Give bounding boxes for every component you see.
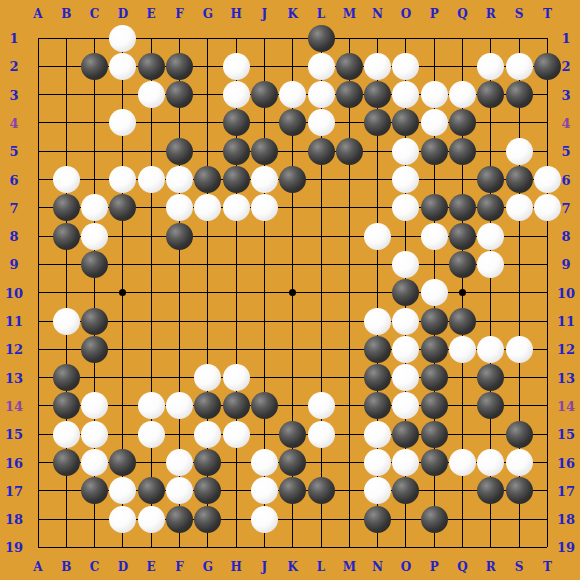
row-label-left-10: 10 <box>5 286 23 299</box>
stone-black-Q8 <box>449 223 476 250</box>
stone-white-G15 <box>194 421 221 448</box>
stone-black-N13 <box>364 364 391 391</box>
col-label-top-H: H <box>230 8 241 20</box>
stone-black-R6 <box>477 166 504 193</box>
col-label-top-O: O <box>401 8 411 20</box>
col-label-bottom-N: N <box>372 561 383 573</box>
stone-white-N8 <box>364 223 391 250</box>
stone-black-F3 <box>166 81 193 108</box>
col-label-top-F: F <box>175 8 184 20</box>
row-label-left-7: 7 <box>9 201 18 214</box>
stone-white-F16 <box>166 449 193 476</box>
stone-black-C2 <box>81 53 108 80</box>
row-label-left-2: 2 <box>9 60 18 73</box>
stone-white-E14 <box>138 392 165 419</box>
col-label-bottom-D: D <box>118 561 128 573</box>
col-label-top-B: B <box>61 8 71 20</box>
stone-white-O12 <box>392 336 419 363</box>
stone-black-G17 <box>194 477 221 504</box>
row-label-left-11: 11 <box>5 315 23 328</box>
col-label-bottom-R: R <box>486 561 496 573</box>
stone-black-M3 <box>336 81 363 108</box>
stone-black-B16 <box>53 449 80 476</box>
stone-white-N15 <box>364 421 391 448</box>
row-label-left-6: 6 <box>9 173 18 186</box>
stone-black-K6 <box>279 166 306 193</box>
stone-white-E3 <box>138 81 165 108</box>
stone-white-S16 <box>506 449 533 476</box>
col-label-bottom-Q: Q <box>457 561 467 573</box>
stone-black-K17 <box>279 477 306 504</box>
stone-white-D4 <box>109 109 136 136</box>
stone-white-S12 <box>506 336 533 363</box>
row-label-right-16: 16 <box>557 456 575 469</box>
stone-white-P10 <box>421 279 448 306</box>
stone-black-K15 <box>279 421 306 448</box>
stone-white-O6 <box>392 166 419 193</box>
stone-black-L5 <box>308 138 335 165</box>
row-label-right-19: 19 <box>557 541 575 554</box>
col-label-bottom-G: G <box>203 561 213 573</box>
stone-white-J18 <box>251 506 278 533</box>
stone-black-R17 <box>477 477 504 504</box>
stone-white-T6 <box>534 166 561 193</box>
stone-black-F18 <box>166 506 193 533</box>
stone-black-S15 <box>506 421 533 448</box>
stone-white-Q3 <box>449 81 476 108</box>
col-label-top-G: G <box>203 8 213 20</box>
stone-black-G6 <box>194 166 221 193</box>
row-label-left-12: 12 <box>5 343 23 356</box>
stone-white-H7 <box>223 194 250 221</box>
stone-white-O9 <box>392 251 419 278</box>
stone-black-B8 <box>53 223 80 250</box>
stone-white-E6 <box>138 166 165 193</box>
stone-white-P3 <box>421 81 448 108</box>
stone-white-S7 <box>506 194 533 221</box>
row-label-left-15: 15 <box>5 428 23 441</box>
stone-white-O7 <box>392 194 419 221</box>
col-label-top-C: C <box>90 8 100 20</box>
row-label-right-2: 2 <box>561 60 570 73</box>
stone-black-P12 <box>421 336 448 363</box>
row-label-left-4: 4 <box>9 116 18 129</box>
stone-black-P14 <box>421 392 448 419</box>
stone-black-O15 <box>392 421 419 448</box>
grid-hline <box>38 377 547 378</box>
row-label-left-3: 3 <box>9 88 18 101</box>
stone-black-D7 <box>109 194 136 221</box>
stone-white-H15 <box>223 421 250 448</box>
stone-black-P13 <box>421 364 448 391</box>
stone-black-S17 <box>506 477 533 504</box>
stone-black-R3 <box>477 81 504 108</box>
stone-white-Q12 <box>449 336 476 363</box>
stone-white-O5 <box>392 138 419 165</box>
stone-white-E15 <box>138 421 165 448</box>
stone-white-D6 <box>109 166 136 193</box>
grid-vline <box>547 38 548 547</box>
stone-black-H4 <box>223 109 250 136</box>
col-label-bottom-E: E <box>147 561 156 573</box>
stone-black-G18 <box>194 506 221 533</box>
stone-white-J16 <box>251 449 278 476</box>
stone-white-O13 <box>392 364 419 391</box>
stone-black-R14 <box>477 392 504 419</box>
stone-black-R7 <box>477 194 504 221</box>
stone-white-S5 <box>506 138 533 165</box>
row-label-right-5: 5 <box>561 145 570 158</box>
stone-black-G14 <box>194 392 221 419</box>
grid-hline <box>38 405 547 406</box>
stone-white-B15 <box>53 421 80 448</box>
stone-black-S3 <box>506 81 533 108</box>
stone-black-H6 <box>223 166 250 193</box>
stone-white-N11 <box>364 308 391 335</box>
stone-black-R13 <box>477 364 504 391</box>
stone-black-H5 <box>223 138 250 165</box>
stone-white-E18 <box>138 506 165 533</box>
stone-white-G13 <box>194 364 221 391</box>
stone-white-K3 <box>279 81 306 108</box>
col-label-bottom-B: B <box>61 561 71 573</box>
stone-black-E17 <box>138 477 165 504</box>
stone-white-R12 <box>477 336 504 363</box>
row-label-right-15: 15 <box>557 428 575 441</box>
row-label-left-8: 8 <box>9 230 18 243</box>
stone-black-C11 <box>81 308 108 335</box>
stone-black-D16 <box>109 449 136 476</box>
star-point-K10 <box>289 289 296 296</box>
col-label-bottom-S: S <box>515 561 524 573</box>
stone-white-N2 <box>364 53 391 80</box>
stone-white-D17 <box>109 477 136 504</box>
stone-white-P4 <box>421 109 448 136</box>
row-label-right-4: 4 <box>561 116 570 129</box>
stone-black-O10 <box>392 279 419 306</box>
col-label-top-P: P <box>430 8 439 20</box>
stone-white-D2 <box>109 53 136 80</box>
star-point-Q10 <box>459 289 466 296</box>
stone-black-Q5 <box>449 138 476 165</box>
row-label-left-14: 14 <box>5 399 23 412</box>
stone-white-O11 <box>392 308 419 335</box>
stone-white-L2 <box>308 53 335 80</box>
stone-black-C17 <box>81 477 108 504</box>
stone-black-F2 <box>166 53 193 80</box>
stone-white-T7 <box>534 194 561 221</box>
stone-white-F6 <box>166 166 193 193</box>
stone-white-B11 <box>53 308 80 335</box>
col-label-top-M: M <box>343 8 356 20</box>
row-label-right-13: 13 <box>557 371 575 384</box>
col-label-bottom-M: M <box>343 561 356 573</box>
stone-black-M2 <box>336 53 363 80</box>
col-label-bottom-P: P <box>430 561 439 573</box>
stone-white-C14 <box>81 392 108 419</box>
stone-white-O2 <box>392 53 419 80</box>
row-label-right-17: 17 <box>557 484 575 497</box>
stone-black-N18 <box>364 506 391 533</box>
col-label-bottom-H: H <box>230 561 241 573</box>
stone-white-R9 <box>477 251 504 278</box>
stone-white-L14 <box>308 392 335 419</box>
row-label-right-9: 9 <box>561 258 570 271</box>
col-label-bottom-J: J <box>262 561 268 573</box>
stone-black-N14 <box>364 392 391 419</box>
go-board-screen: ABCDEFGHJKLMNOPQRST ABCDEFGHJKLMNOPQRST … <box>0 0 580 580</box>
row-label-left-17: 17 <box>5 484 23 497</box>
col-label-bottom-T: T <box>543 561 552 573</box>
stone-black-H14 <box>223 392 250 419</box>
stone-black-Q11 <box>449 308 476 335</box>
row-label-right-12: 12 <box>557 343 575 356</box>
stone-white-C7 <box>81 194 108 221</box>
stone-black-S6 <box>506 166 533 193</box>
col-label-top-S: S <box>515 8 524 20</box>
col-label-bottom-A: A <box>33 561 42 573</box>
stone-white-D18 <box>109 506 136 533</box>
stone-white-C15 <box>81 421 108 448</box>
stone-white-F17 <box>166 477 193 504</box>
star-point-D10 <box>119 289 126 296</box>
col-label-top-R: R <box>486 8 496 20</box>
stone-black-P16 <box>421 449 448 476</box>
stone-white-S2 <box>506 53 533 80</box>
grid-vline <box>349 38 350 547</box>
col-label-top-J: J <box>262 8 268 20</box>
col-label-top-T: T <box>543 8 552 20</box>
col-label-bottom-O: O <box>401 561 411 573</box>
stone-black-J5 <box>251 138 278 165</box>
row-label-right-8: 8 <box>561 230 570 243</box>
row-label-right-6: 6 <box>561 173 570 186</box>
stone-black-K4 <box>279 109 306 136</box>
stone-white-Q16 <box>449 449 476 476</box>
stone-white-R16 <box>477 449 504 476</box>
row-label-right-14: 14 <box>557 399 575 412</box>
col-label-top-E: E <box>147 8 156 20</box>
row-label-left-9: 9 <box>9 258 18 271</box>
stone-black-M5 <box>336 138 363 165</box>
stone-black-L1 <box>308 25 335 52</box>
stone-white-H2 <box>223 53 250 80</box>
stone-black-N3 <box>364 81 391 108</box>
stone-black-J3 <box>251 81 278 108</box>
col-label-top-D: D <box>118 8 128 20</box>
stone-white-O14 <box>392 392 419 419</box>
stone-white-C8 <box>81 223 108 250</box>
stone-black-P11 <box>421 308 448 335</box>
row-label-left-18: 18 <box>5 513 23 526</box>
col-label-bottom-F: F <box>175 561 184 573</box>
stone-white-O3 <box>392 81 419 108</box>
stone-black-K16 <box>279 449 306 476</box>
stone-white-G7 <box>194 194 221 221</box>
stone-black-T2 <box>534 53 561 80</box>
row-label-right-3: 3 <box>561 88 570 101</box>
stone-white-B6 <box>53 166 80 193</box>
stone-white-O16 <box>392 449 419 476</box>
stone-black-O17 <box>392 477 419 504</box>
stone-white-R2 <box>477 53 504 80</box>
stone-white-H13 <box>223 364 250 391</box>
stone-white-L3 <box>308 81 335 108</box>
stone-white-D1 <box>109 25 136 52</box>
stone-black-Q9 <box>449 251 476 278</box>
row-label-right-10: 10 <box>557 286 575 299</box>
stone-white-J7 <box>251 194 278 221</box>
stone-white-P8 <box>421 223 448 250</box>
stone-black-N4 <box>364 109 391 136</box>
stone-black-O4 <box>392 109 419 136</box>
col-label-top-A: A <box>33 8 42 20</box>
row-label-right-18: 18 <box>557 513 575 526</box>
stone-white-L4 <box>308 109 335 136</box>
stone-black-B13 <box>53 364 80 391</box>
col-label-top-L: L <box>317 8 325 20</box>
stone-white-F14 <box>166 392 193 419</box>
stone-white-N16 <box>364 449 391 476</box>
stone-black-Q7 <box>449 194 476 221</box>
stone-white-N17 <box>364 477 391 504</box>
row-label-left-5: 5 <box>9 145 18 158</box>
col-label-top-K: K <box>287 8 297 20</box>
stone-white-R8 <box>477 223 504 250</box>
stone-black-P5 <box>421 138 448 165</box>
row-label-left-13: 13 <box>5 371 23 384</box>
row-label-left-19: 19 <box>5 541 23 554</box>
col-label-top-Q: Q <box>457 8 467 20</box>
col-label-top-N: N <box>372 8 383 20</box>
stone-black-L17 <box>308 477 335 504</box>
row-label-right-1: 1 <box>561 32 570 45</box>
stone-black-G16 <box>194 449 221 476</box>
row-label-left-16: 16 <box>5 456 23 469</box>
stone-white-J6 <box>251 166 278 193</box>
stone-white-H3 <box>223 81 250 108</box>
stone-black-P7 <box>421 194 448 221</box>
col-label-bottom-K: K <box>287 561 297 573</box>
stone-black-C12 <box>81 336 108 363</box>
stone-white-C16 <box>81 449 108 476</box>
stone-black-B7 <box>53 194 80 221</box>
row-label-right-11: 11 <box>557 315 575 328</box>
stone-white-J17 <box>251 477 278 504</box>
stone-black-F8 <box>166 223 193 250</box>
stone-black-Q4 <box>449 109 476 136</box>
stone-black-P18 <box>421 506 448 533</box>
stone-black-E2 <box>138 53 165 80</box>
stone-black-C9 <box>81 251 108 278</box>
stone-black-B14 <box>53 392 80 419</box>
row-label-left-1: 1 <box>9 32 18 45</box>
stone-black-P15 <box>421 421 448 448</box>
stone-white-L15 <box>308 421 335 448</box>
row-label-right-7: 7 <box>561 201 570 214</box>
stone-white-F7 <box>166 194 193 221</box>
stone-black-N12 <box>364 336 391 363</box>
stone-black-J14 <box>251 392 278 419</box>
col-label-bottom-L: L <box>317 561 325 573</box>
col-label-bottom-C: C <box>90 561 100 573</box>
stone-black-F5 <box>166 138 193 165</box>
grid-hline <box>38 547 547 548</box>
